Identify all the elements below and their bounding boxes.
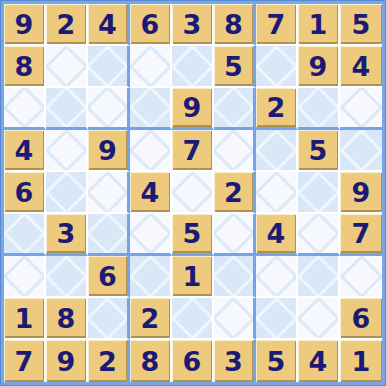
cell-r9c4: 8	[130, 340, 172, 382]
cell-r2c6: 5	[214, 46, 256, 88]
diamond-pattern	[214, 214, 255, 255]
cell-r2c5[interactable]	[172, 46, 214, 88]
cell-r3c5: 9	[172, 88, 214, 130]
cell-r5c2[interactable]	[46, 172, 88, 214]
cell-r5c6: 2	[214, 172, 256, 214]
cell-r4c6[interactable]	[214, 130, 256, 172]
cell-r1c8: 1	[298, 4, 340, 46]
diamond-pattern	[256, 46, 298, 88]
diamond-pattern	[214, 130, 255, 172]
cell-r6c1[interactable]	[4, 214, 46, 256]
cell-r2c3[interactable]	[88, 46, 130, 88]
cell-r1c2: 2	[46, 4, 88, 46]
cell-r7c7[interactable]	[256, 256, 298, 298]
diamond-pattern	[4, 88, 46, 129]
diamond-pattern	[46, 256, 88, 298]
cell-r5c1: 6	[4, 172, 46, 214]
cell-r8c9: 6	[340, 298, 382, 340]
cell-r2c8: 9	[298, 46, 340, 88]
cell-r6c6[interactable]	[214, 214, 256, 256]
diamond-pattern	[298, 88, 340, 129]
cell-r8c8[interactable]	[298, 298, 340, 340]
diamond-pattern	[46, 130, 88, 172]
cell-r4c1: 4	[4, 130, 46, 172]
diamond-pattern	[88, 172, 129, 214]
diamond-pattern	[340, 256, 382, 298]
cell-r2c1: 8	[4, 46, 46, 88]
cell-r3c3[interactable]	[88, 88, 130, 130]
cell-r4c3: 9	[88, 130, 130, 172]
cell-r5c8[interactable]	[298, 172, 340, 214]
cell-r8c7[interactable]	[256, 298, 298, 340]
diamond-pattern	[256, 298, 298, 340]
diamond-pattern	[130, 256, 172, 298]
cell-r9c5: 6	[172, 340, 214, 382]
diamond-pattern	[88, 46, 129, 88]
cell-r8c3[interactable]	[88, 298, 130, 340]
cell-r4c5: 7	[172, 130, 214, 172]
diamond-pattern	[340, 130, 382, 172]
diamond-pattern	[130, 130, 172, 172]
diamond-pattern	[214, 256, 255, 298]
cell-r9c1: 7	[4, 340, 46, 382]
cell-r7c5: 1	[172, 256, 214, 298]
cell-r9c9: 1	[340, 340, 382, 382]
cell-r6c3[interactable]	[88, 214, 130, 256]
cell-r8c2: 8	[46, 298, 88, 340]
diamond-pattern	[4, 256, 46, 298]
cell-r6c9: 7	[340, 214, 382, 256]
diamond-pattern	[298, 172, 340, 214]
diamond-pattern	[130, 46, 172, 88]
cell-r8c5[interactable]	[172, 298, 214, 340]
cell-r5c5[interactable]	[172, 172, 214, 214]
diamond-pattern	[88, 214, 129, 255]
diamond-pattern	[46, 46, 88, 88]
cell-r1c3: 4	[88, 4, 130, 46]
cell-r5c3[interactable]	[88, 172, 130, 214]
cell-r5c7[interactable]	[256, 172, 298, 214]
cell-r7c4[interactable]	[130, 256, 172, 298]
cell-r3c7: 2	[256, 88, 298, 130]
cell-r9c7: 5	[256, 340, 298, 382]
cell-r3c2[interactable]	[46, 88, 88, 130]
cell-r7c1[interactable]	[4, 256, 46, 298]
cell-r5c4: 4	[130, 172, 172, 214]
diamond-pattern	[46, 88, 88, 129]
cell-r9c8: 4	[298, 340, 340, 382]
cell-r1c7: 7	[256, 4, 298, 46]
cell-r6c7: 4	[256, 214, 298, 256]
diamond-pattern	[46, 172, 88, 214]
diamond-pattern	[172, 298, 214, 340]
diamond-pattern	[298, 214, 340, 255]
diamond-pattern	[172, 172, 214, 214]
diamond-pattern	[256, 172, 298, 214]
cell-r7c8[interactable]	[298, 256, 340, 298]
board-frame: 9246387158594924975642935476118267928635…	[0, 0, 386, 386]
cell-r9c2: 9	[46, 340, 88, 382]
cell-r1c4: 6	[130, 4, 172, 46]
diamond-pattern	[256, 130, 298, 172]
cell-r4c9[interactable]	[340, 130, 382, 172]
cell-r8c4: 2	[130, 298, 172, 340]
diamond-pattern	[256, 256, 298, 298]
cell-r7c2[interactable]	[46, 256, 88, 298]
cell-r6c2: 3	[46, 214, 88, 256]
diamond-pattern	[88, 88, 129, 129]
diamond-pattern	[4, 214, 46, 255]
cell-r9c3: 2	[88, 340, 130, 382]
cell-r9c6: 3	[214, 340, 256, 382]
cell-r4c8: 5	[298, 130, 340, 172]
diamond-pattern	[214, 88, 255, 129]
cell-r5c9: 9	[340, 172, 382, 214]
sudoku-board: 9246387158594924975642935476118267928635…	[4, 4, 382, 382]
cell-r3c8[interactable]	[298, 88, 340, 130]
diamond-pattern	[130, 88, 172, 129]
cell-r1c9: 5	[340, 4, 382, 46]
cell-r2c2[interactable]	[46, 46, 88, 88]
cell-r3c4[interactable]	[130, 88, 172, 130]
diamond-pattern	[214, 298, 255, 340]
cell-r6c8[interactable]	[298, 214, 340, 256]
cell-r1c5: 3	[172, 4, 214, 46]
cell-r2c9: 4	[340, 46, 382, 88]
cell-r6c4[interactable]	[130, 214, 172, 256]
diamond-pattern	[298, 256, 340, 298]
cell-r4c2[interactable]	[46, 130, 88, 172]
cell-r6c5: 5	[172, 214, 214, 256]
cell-r7c9[interactable]	[340, 256, 382, 298]
cell-r3c6[interactable]	[214, 88, 256, 130]
diamond-pattern	[88, 298, 129, 340]
cell-r2c4[interactable]	[130, 46, 172, 88]
cell-r1c6: 8	[214, 4, 256, 46]
cell-r8c6[interactable]	[214, 298, 256, 340]
diamond-pattern	[298, 298, 340, 340]
cell-r4c4[interactable]	[130, 130, 172, 172]
cell-r1c1: 9	[4, 4, 46, 46]
cell-r2c7[interactable]	[256, 46, 298, 88]
cell-r7c3: 6	[88, 256, 130, 298]
cell-r8c1: 1	[4, 298, 46, 340]
diamond-pattern	[340, 88, 382, 129]
diamond-pattern	[130, 214, 172, 255]
cell-r3c9[interactable]	[340, 88, 382, 130]
cell-r4c7[interactable]	[256, 130, 298, 172]
cell-r7c6[interactable]	[214, 256, 256, 298]
diamond-pattern	[172, 46, 214, 88]
cell-r3c1[interactable]	[4, 88, 46, 130]
